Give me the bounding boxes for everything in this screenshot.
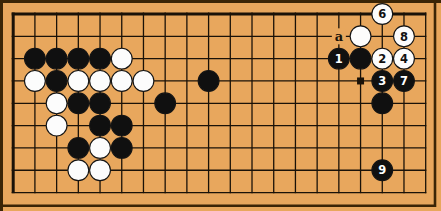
stone-white [90, 160, 111, 181]
stone-black [155, 93, 176, 114]
stone-black [68, 93, 89, 114]
stone-black [90, 115, 111, 136]
move-number: 7 [400, 74, 408, 88]
move-8-white: 8 [394, 26, 415, 47]
stone-white [68, 71, 89, 92]
stone-black [111, 115, 132, 136]
stone-white [90, 138, 111, 159]
stone-black [90, 93, 111, 114]
move-6-white: 6 [372, 4, 393, 25]
move-3-black: 3 [372, 71, 393, 92]
move-4-white: 4 [394, 48, 415, 69]
stone-black [350, 48, 371, 69]
stone-black [198, 71, 219, 92]
go-diagram: 68124379a [0, 0, 441, 211]
stone-white [90, 71, 111, 92]
stone-black [68, 48, 89, 69]
stone-white [111, 71, 132, 92]
stone-white [46, 115, 67, 136]
move-9-black: 9 [372, 160, 393, 181]
stone-black [25, 48, 46, 69]
move-1-black: 1 [328, 48, 349, 69]
stone-black [372, 93, 393, 114]
stone-black [46, 48, 67, 69]
move-number: 1 [335, 52, 343, 66]
stone-white [111, 48, 132, 69]
move-number: 3 [378, 74, 386, 88]
stone-white [68, 160, 89, 181]
go-board: 68124379a [0, 0, 441, 211]
point-label-a: a [335, 29, 344, 44]
stone-white [46, 93, 67, 114]
move-number: 9 [378, 163, 386, 177]
move-number: 6 [378, 7, 386, 21]
stone-black [46, 71, 67, 92]
stone-white [133, 71, 154, 92]
stone-black [68, 138, 89, 159]
move-number: 8 [400, 30, 408, 44]
move-number: 2 [378, 52, 386, 66]
move-2-white: 2 [372, 48, 393, 69]
stone-black [111, 138, 132, 159]
star-point-marker [357, 77, 364, 84]
move-number: 4 [400, 52, 408, 66]
stone-white [350, 26, 371, 47]
stone-black [90, 48, 111, 69]
stone-white [25, 71, 46, 92]
move-7-black: 7 [394, 71, 415, 92]
